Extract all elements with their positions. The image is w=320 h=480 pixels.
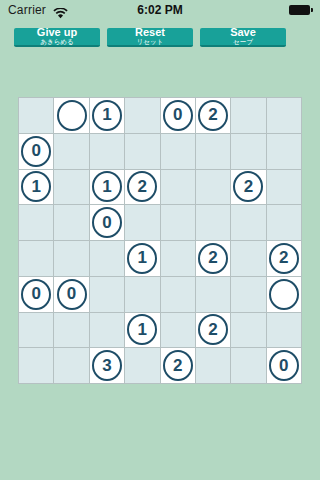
clue-circle: 0 xyxy=(269,350,299,381)
battery-icon xyxy=(289,5,310,15)
give-up-button[interactable]: Give up あきらめる xyxy=(14,28,100,47)
clue-circle: 0 xyxy=(163,100,193,131)
empty-cell-r4c6[interactable] xyxy=(196,205,230,240)
empty-cell-r3c2[interactable] xyxy=(54,170,88,205)
clue-circle: 1 xyxy=(92,100,122,131)
clue-circle: 0 xyxy=(21,279,51,310)
clue-cell-r7c6[interactable]: 2 xyxy=(196,313,230,348)
reset-button[interactable]: Reset リセット xyxy=(107,28,193,47)
empty-cell-r8c4[interactable] xyxy=(125,348,159,383)
clue-circle: 2 xyxy=(269,243,299,274)
status-time: 6:02 PM xyxy=(0,3,320,17)
empty-circle xyxy=(57,100,87,131)
empty-cell-r2c6[interactable] xyxy=(196,134,230,169)
empty-cell-r7c1[interactable] xyxy=(19,313,53,348)
clue-cell-r1c3[interactable]: 1 xyxy=(90,98,124,133)
empty-cell-r8c6[interactable] xyxy=(196,348,230,383)
clue-circle: 2 xyxy=(233,171,263,202)
save-sublabel: セーブ xyxy=(233,38,253,46)
empty-cell-r3c6[interactable] xyxy=(196,170,230,205)
clue-circle: 2 xyxy=(198,314,228,345)
clue-circle: 3 xyxy=(92,350,122,381)
clue-cell-r1c2[interactable] xyxy=(54,98,88,133)
empty-cell-r2c8[interactable] xyxy=(267,134,301,169)
empty-cell-r1c1[interactable] xyxy=(19,98,53,133)
empty-cell-r8c2[interactable] xyxy=(54,348,88,383)
empty-cell-r3c5[interactable] xyxy=(161,170,195,205)
empty-cell-r4c5[interactable] xyxy=(161,205,195,240)
clue-cell-r5c4[interactable]: 1 xyxy=(125,241,159,276)
empty-cell-r2c4[interactable] xyxy=(125,134,159,169)
empty-cell-r6c7[interactable] xyxy=(231,277,265,312)
clue-cell-r1c5[interactable]: 0 xyxy=(161,98,195,133)
empty-cell-r5c3[interactable] xyxy=(90,241,124,276)
clue-cell-r8c3[interactable]: 3 xyxy=(90,348,124,383)
clue-circle: 0 xyxy=(57,279,87,310)
clue-circle: 1 xyxy=(127,243,157,274)
empty-cell-r4c8[interactable] xyxy=(267,205,301,240)
clue-cell-r6c1[interactable]: 0 xyxy=(19,277,53,312)
empty-cell-r3c8[interactable] xyxy=(267,170,301,205)
clue-cell-r2c1[interactable]: 0 xyxy=(19,134,53,169)
empty-cell-r2c7[interactable] xyxy=(231,134,265,169)
empty-cell-r5c1[interactable] xyxy=(19,241,53,276)
empty-cell-r4c7[interactable] xyxy=(231,205,265,240)
empty-cell-r4c1[interactable] xyxy=(19,205,53,240)
clue-cell-r6c8[interactable] xyxy=(267,277,301,312)
clue-cell-r6c2[interactable]: 0 xyxy=(54,277,88,312)
empty-circle xyxy=(269,279,299,310)
toolbar: Give up あきらめる Reset リセット Save セーブ xyxy=(14,28,286,47)
clue-circle: 2 xyxy=(198,243,228,274)
clue-cell-r3c3[interactable]: 1 xyxy=(90,170,124,205)
clue-cell-r3c1[interactable]: 1 xyxy=(19,170,53,205)
empty-cell-r4c4[interactable] xyxy=(125,205,159,240)
empty-cell-r6c6[interactable] xyxy=(196,277,230,312)
reset-sublabel: リセット xyxy=(137,38,164,46)
empty-cell-r7c2[interactable] xyxy=(54,313,88,348)
empty-cell-r5c5[interactable] xyxy=(161,241,195,276)
empty-cell-r8c7[interactable] xyxy=(231,348,265,383)
reset-label: Reset xyxy=(135,27,165,38)
empty-cell-r1c8[interactable] xyxy=(267,98,301,133)
empty-cell-r6c4[interactable] xyxy=(125,277,159,312)
give-up-sublabel: あきらめる xyxy=(40,38,73,46)
clue-circle: 1 xyxy=(127,314,157,345)
clue-circle: 2 xyxy=(198,100,228,131)
clue-cell-r3c7[interactable]: 2 xyxy=(231,170,265,205)
empty-cell-r5c7[interactable] xyxy=(231,241,265,276)
empty-cell-r7c7[interactable] xyxy=(231,313,265,348)
clue-circle: 2 xyxy=(163,350,193,381)
clue-cell-r1c6[interactable]: 2 xyxy=(196,98,230,133)
clue-circle: 1 xyxy=(92,171,122,202)
clue-cell-r3c4[interactable]: 2 xyxy=(125,170,159,205)
clue-circle: 0 xyxy=(92,207,122,238)
clue-cell-r7c4[interactable]: 1 xyxy=(125,313,159,348)
clue-circle: 1 xyxy=(21,171,51,202)
empty-cell-r7c3[interactable] xyxy=(90,313,124,348)
save-button[interactable]: Save セーブ xyxy=(200,28,286,47)
empty-cell-r8c1[interactable] xyxy=(19,348,53,383)
empty-cell-r2c2[interactable] xyxy=(54,134,88,169)
clue-circle: 2 xyxy=(127,171,157,202)
board: 1020112201220012320 xyxy=(18,97,302,384)
empty-cell-r7c8[interactable] xyxy=(267,313,301,348)
clue-circle: 0 xyxy=(21,136,51,167)
empty-cell-r6c5[interactable] xyxy=(161,277,195,312)
empty-cell-r1c7[interactable] xyxy=(231,98,265,133)
give-up-label: Give up xyxy=(37,27,77,38)
save-label: Save xyxy=(230,27,256,38)
clue-cell-r8c5[interactable]: 2 xyxy=(161,348,195,383)
clue-cell-r5c6[interactable]: 2 xyxy=(196,241,230,276)
empty-cell-r4c2[interactable] xyxy=(54,205,88,240)
empty-cell-r6c3[interactable] xyxy=(90,277,124,312)
empty-cell-r7c5[interactable] xyxy=(161,313,195,348)
empty-cell-r1c4[interactable] xyxy=(125,98,159,133)
empty-cell-r2c3[interactable] xyxy=(90,134,124,169)
clue-cell-r8c8[interactable]: 0 xyxy=(267,348,301,383)
empty-cell-r5c2[interactable] xyxy=(54,241,88,276)
empty-cell-r2c5[interactable] xyxy=(161,134,195,169)
status-bar: Carrier 6:02 PM xyxy=(0,0,320,20)
clue-cell-r4c3[interactable]: 0 xyxy=(90,205,124,240)
clue-cell-r5c8[interactable]: 2 xyxy=(267,241,301,276)
app-screen: Carrier 6:02 PM Give up あきらめる Reset リセット… xyxy=(0,0,320,480)
